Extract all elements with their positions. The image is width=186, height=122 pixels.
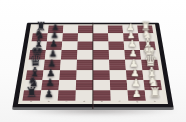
piece-white-rook: ♜ xyxy=(140,20,150,32)
square-r5c1[interactable]: ♟ xyxy=(42,70,60,80)
coordinate-label: g xyxy=(133,100,142,102)
square-r2c2[interactable] xyxy=(62,41,78,49)
square-r3c3[interactable] xyxy=(77,50,93,60)
square-r6c5[interactable] xyxy=(110,80,128,90)
square-r0c5[interactable] xyxy=(108,26,123,34)
square-r6c3[interactable] xyxy=(76,80,93,90)
square-r2c5[interactable] xyxy=(108,41,124,49)
square-r3c5[interactable] xyxy=(109,50,125,60)
board-margin: ♜♟♟♜♞♟♟♞♝♟♟♝♚♟♟♚♛♟♟♛♝♟♟♝♞♟♟♞♜♟♟♜ abcdefg… xyxy=(18,24,168,104)
square-r6c4[interactable] xyxy=(93,80,110,90)
square-r6c7[interactable]: ♞ xyxy=(144,80,162,90)
square-r0c0[interactable]: ♜ xyxy=(33,26,49,34)
square-r1c0[interactable]: ♞ xyxy=(32,33,48,41)
square-r4c1[interactable]: ♟ xyxy=(44,60,61,70)
square-r3c2[interactable] xyxy=(61,50,77,60)
square-r0c1[interactable]: ♟ xyxy=(48,26,64,34)
piece-black-pawn: ♟ xyxy=(47,59,56,69)
square-r3c6[interactable]: ♟ xyxy=(124,50,141,60)
piece-black-pawn: ♟ xyxy=(45,78,54,88)
piece-white-pawn: ♟ xyxy=(132,88,142,99)
square-r6c1[interactable]: ♟ xyxy=(41,80,59,90)
coordinate-label: e xyxy=(97,100,106,102)
chessboard: ♜♟♟♜♞♟♟♞♝♟♟♝♚♟♟♚♛♟♟♛♝♟♟♝♞♟♟♞♜♟♟♜ abcdefg… xyxy=(12,23,174,110)
square-r5c7[interactable]: ♝ xyxy=(142,70,160,80)
square-r6c6[interactable]: ♟ xyxy=(127,80,145,90)
square-r0c4[interactable] xyxy=(93,26,108,34)
square-r2c0[interactable]: ♝ xyxy=(30,41,47,49)
square-r5c3[interactable] xyxy=(76,70,93,80)
coordinate-label: a xyxy=(27,100,36,102)
square-r4c2[interactable] xyxy=(60,60,77,70)
square-r1c6[interactable]: ♟ xyxy=(123,33,139,41)
coordinate-label: d xyxy=(80,100,89,102)
square-r2c3[interactable] xyxy=(77,41,93,49)
square-r4c3[interactable] xyxy=(77,60,93,70)
square-r6c2[interactable] xyxy=(59,80,77,90)
square-r5c6[interactable]: ♟ xyxy=(126,70,144,80)
square-r1c5[interactable] xyxy=(108,33,124,41)
square-r2c4[interactable] xyxy=(93,41,109,49)
piece-white-pawn: ♟ xyxy=(130,68,140,79)
piece-black-pawn: ♟ xyxy=(46,68,56,79)
square-r5c4[interactable] xyxy=(93,70,110,80)
square-r5c5[interactable] xyxy=(109,70,126,80)
square-r0c2[interactable] xyxy=(63,26,78,34)
chess-set-photo: ♜♟♟♜♞♟♟♞♝♟♟♝♚♟♟♚♛♟♟♛♝♟♟♝♞♟♟♞♜♟♟♜ abcdefg… xyxy=(0,0,186,122)
coordinate-label: b xyxy=(44,100,53,102)
square-r5c0[interactable]: ♝ xyxy=(26,70,44,80)
square-r1c2[interactable] xyxy=(62,33,78,41)
square-r3c1[interactable]: ♟ xyxy=(45,50,62,60)
coordinate-label: h xyxy=(150,100,159,102)
square-r3c4[interactable] xyxy=(93,50,109,60)
square-r4c0[interactable]: ♛ xyxy=(27,60,45,70)
coordinate-label: f xyxy=(115,100,124,102)
piece-black-pawn: ♟ xyxy=(44,88,54,99)
square-r3c7[interactable]: ♚ xyxy=(140,50,157,60)
square-r6c0[interactable]: ♞ xyxy=(24,80,42,90)
piece-black-pawn: ♟ xyxy=(49,48,58,58)
square-r1c3[interactable] xyxy=(78,33,93,41)
square-r2c1[interactable]: ♟ xyxy=(46,41,62,49)
square-r3c0[interactable]: ♚ xyxy=(29,50,46,60)
square-r2c6[interactable]: ♟ xyxy=(124,41,140,49)
coordinate-label: c xyxy=(62,100,71,102)
piece-black-pawn: ♟ xyxy=(51,23,59,32)
square-r0c3[interactable] xyxy=(78,26,93,34)
square-r4c6[interactable]: ♟ xyxy=(125,60,142,70)
piece-white-pawn: ♟ xyxy=(131,78,141,89)
piece-white-pawn: ♟ xyxy=(126,23,135,32)
square-r4c5[interactable] xyxy=(109,60,126,70)
square-r0c6[interactable]: ♟ xyxy=(123,26,139,34)
square-r4c7[interactable]: ♛ xyxy=(141,60,159,70)
square-r2c7[interactable]: ♝ xyxy=(139,41,156,49)
piece-white-pawn: ♟ xyxy=(129,48,138,58)
square-r4c4[interactable] xyxy=(93,60,109,70)
piece-white-pawn: ♟ xyxy=(129,58,138,68)
square-r5c2[interactable] xyxy=(59,70,76,80)
piece-black-rook: ♜ xyxy=(35,20,46,32)
square-r1c1[interactable]: ♟ xyxy=(47,33,63,41)
square-r1c7[interactable]: ♞ xyxy=(138,33,154,41)
square-r1c4[interactable] xyxy=(93,33,108,41)
square-r0c7[interactable]: ♜ xyxy=(137,26,153,34)
